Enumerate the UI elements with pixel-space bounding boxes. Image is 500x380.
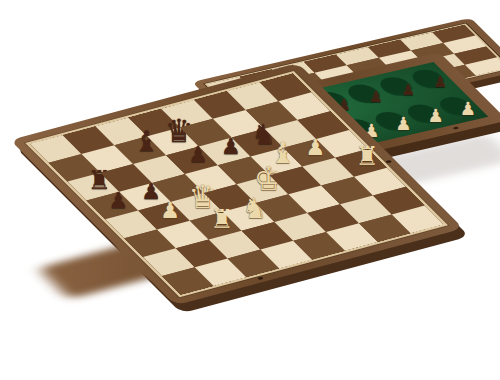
product-photo-stage: ♟♟♟♟♟♟♟♟♟♟♟♟♟♟♟♟ ♝♛♜♟♟♞♟♟♝♟♟♛♚♜♜♞ <box>0 0 500 380</box>
chess-piece-light-rook: ♜ <box>341 143 393 169</box>
magnet-dot <box>453 126 460 129</box>
stored-piece-dark: ♟ <box>414 75 466 90</box>
magnet-dot <box>257 277 264 281</box>
stored-piece-cream: ♟ <box>441 100 493 118</box>
